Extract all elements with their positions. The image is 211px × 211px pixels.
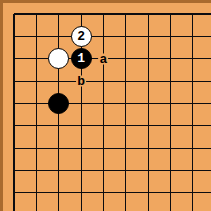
board-intersection <box>137 3 159 25</box>
board-intersection <box>159 115 181 137</box>
board-intersection <box>70 3 92 25</box>
board-intersection <box>48 48 70 70</box>
board-intersection <box>48 137 70 159</box>
board-intersection <box>3 159 25 181</box>
board-intersection <box>25 115 47 137</box>
board-intersection <box>3 92 25 114</box>
board-intersection: b <box>70 70 92 92</box>
board-intersection <box>159 25 181 47</box>
board-intersection <box>92 137 114 159</box>
board-intersection <box>137 204 159 211</box>
point-label-b: b <box>76 76 86 87</box>
board-intersection <box>137 92 159 114</box>
board-intersection <box>204 115 211 137</box>
board-intersection <box>204 70 211 92</box>
white-stone-2: 2 <box>71 26 92 47</box>
board-intersection <box>70 159 92 181</box>
board-intersection <box>3 70 25 92</box>
board-intersection <box>137 159 159 181</box>
board-intersection <box>25 48 47 70</box>
board-intersection <box>182 159 204 181</box>
board-intersection <box>115 204 137 211</box>
board-intersection <box>204 159 211 181</box>
board-intersection <box>48 3 70 25</box>
board-intersection <box>159 137 181 159</box>
board-intersection <box>115 137 137 159</box>
board-intersection <box>25 25 47 47</box>
board-intersection <box>48 70 70 92</box>
board-intersection <box>182 48 204 70</box>
board-intersection <box>92 92 114 114</box>
go-board: 21ab <box>3 3 211 211</box>
board-intersection <box>137 25 159 47</box>
board-intersection <box>3 137 25 159</box>
board-intersection <box>115 48 137 70</box>
white-stone <box>48 48 69 69</box>
board-intersection: 2 <box>70 25 92 47</box>
board-intersection <box>204 137 211 159</box>
board-intersection <box>137 182 159 204</box>
board-intersection <box>182 70 204 92</box>
board-intersection: a <box>92 48 114 70</box>
board-intersection <box>137 70 159 92</box>
board-intersection <box>3 3 25 25</box>
board-intersection <box>48 204 70 211</box>
board-intersection <box>70 92 92 114</box>
board-intersection <box>137 115 159 137</box>
board-intersection <box>92 115 114 137</box>
board-intersection <box>182 137 204 159</box>
board-intersection <box>115 115 137 137</box>
board-intersection <box>92 182 114 204</box>
board-intersection <box>70 204 92 211</box>
board-intersection <box>204 25 211 47</box>
black-stone-1: 1 <box>71 48 92 69</box>
board-intersection <box>159 92 181 114</box>
point-label-a: a <box>99 53 109 64</box>
board-intersection <box>182 25 204 47</box>
board-intersection <box>92 159 114 181</box>
board-intersection <box>204 92 211 114</box>
board-intersection <box>25 204 47 211</box>
board-intersection <box>137 48 159 70</box>
board-intersection <box>115 92 137 114</box>
board-intersection <box>25 92 47 114</box>
board-intersection <box>70 137 92 159</box>
board-intersection <box>25 137 47 159</box>
board-intersection <box>115 182 137 204</box>
board-intersection <box>204 204 211 211</box>
board-intersection <box>25 70 47 92</box>
board-intersection <box>3 115 25 137</box>
board-intersection <box>182 115 204 137</box>
black-stone <box>48 93 69 114</box>
board-intersection <box>48 182 70 204</box>
board-intersection <box>3 48 25 70</box>
board-intersection <box>159 159 181 181</box>
board-intersection <box>182 3 204 25</box>
board-intersection <box>115 25 137 47</box>
board-intersection <box>159 204 181 211</box>
board-intersection: 1 <box>70 48 92 70</box>
board-intersection <box>3 204 25 211</box>
board-intersection <box>25 3 47 25</box>
board-intersection <box>92 25 114 47</box>
board-intersection <box>70 115 92 137</box>
board-intersection <box>25 159 47 181</box>
board-intersection <box>25 182 47 204</box>
go-diagram-frame: 21ab <box>0 0 211 211</box>
board-intersection <box>115 70 137 92</box>
board-intersection <box>159 3 181 25</box>
board-intersection <box>204 48 211 70</box>
board-intersection <box>92 70 114 92</box>
board-intersection <box>92 3 114 25</box>
board-intersection <box>48 25 70 47</box>
board-intersection <box>48 115 70 137</box>
board-intersection <box>182 182 204 204</box>
board-intersection <box>70 182 92 204</box>
board-intersection <box>115 3 137 25</box>
board-intersection <box>159 48 181 70</box>
board-intersection <box>3 25 25 47</box>
board-intersection <box>92 204 114 211</box>
board-intersection <box>3 182 25 204</box>
board-intersection <box>182 92 204 114</box>
board-intersection <box>137 137 159 159</box>
board-intersection <box>115 159 137 181</box>
board-intersection <box>204 3 211 25</box>
board-intersection <box>204 182 211 204</box>
board-intersection <box>48 159 70 181</box>
board-intersection <box>48 92 70 114</box>
board-intersection <box>159 182 181 204</box>
board-intersection <box>182 204 204 211</box>
board-intersection <box>159 70 181 92</box>
